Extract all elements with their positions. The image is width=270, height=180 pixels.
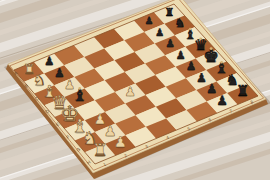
white-pawn-glyph: ♟ bbox=[125, 84, 136, 99]
piece-black-pawn-h7[interactable]: ♟ bbox=[216, 93, 228, 108]
black-pawn-glyph: ♟ bbox=[145, 15, 154, 26]
black-piece-finial bbox=[210, 47, 213, 50]
chess-scene: A1B2C3D4E5F6G7H8♜♟♞♟♝♟♛♟♚♟♟♝♜♟♟♞♞♟♟♟♜♝♝♟… bbox=[0, 0, 270, 180]
black-pawn-glyph: ♟ bbox=[186, 59, 197, 73]
black-pawn-glyph: ♟ bbox=[175, 49, 185, 62]
black-pawn-glyph: ♟ bbox=[216, 93, 228, 108]
piece-black-rook-a8[interactable]: ♜ bbox=[164, 6, 174, 19]
black-pawn-glyph: ♟ bbox=[165, 37, 175, 50]
piece-black-pawn-a7[interactable]: ♟ bbox=[145, 15, 154, 26]
black-rook-glyph: ♜ bbox=[236, 82, 249, 99]
piece-black-rook-h8[interactable]: ♜ bbox=[236, 82, 249, 99]
chessboard-photo: A1B2C3D4E5F6G7H8♜♟♞♟♝♟♛♟♚♟♟♝♜♟♟♞♞♟♟♟♜♝♝♟… bbox=[0, 0, 270, 180]
black-rook-glyph: ♜ bbox=[164, 6, 174, 19]
black-piece-finial bbox=[78, 87, 81, 90]
piece-black-pawn-e7[interactable]: ♟ bbox=[186, 59, 197, 73]
white-rook-glyph: ♜ bbox=[92, 140, 108, 160]
piece-black-pawn-b7[interactable]: ♟ bbox=[155, 26, 164, 38]
piece-black-pawn-d7[interactable]: ♟ bbox=[175, 49, 185, 62]
piece-white-pawn-h2[interactable]: ♟ bbox=[114, 133, 127, 150]
black-piece-finial bbox=[199, 38, 202, 41]
white-pawn-glyph: ♟ bbox=[114, 133, 127, 150]
black-pawn-glyph: ♟ bbox=[155, 26, 164, 38]
piece-white-rook-h1[interactable]: ♜ bbox=[92, 140, 108, 160]
piece-black-pawn-c7[interactable]: ♟ bbox=[165, 37, 175, 50]
piece-white-pawn-e4[interactable]: ♟ bbox=[125, 84, 136, 99]
piece-black-pawn-a2[interactable]: ♟ bbox=[44, 54, 54, 68]
black-pawn-glyph: ♟ bbox=[44, 54, 54, 68]
black-piece-finial bbox=[189, 28, 191, 30]
black-piece-finial bbox=[220, 61, 223, 64]
